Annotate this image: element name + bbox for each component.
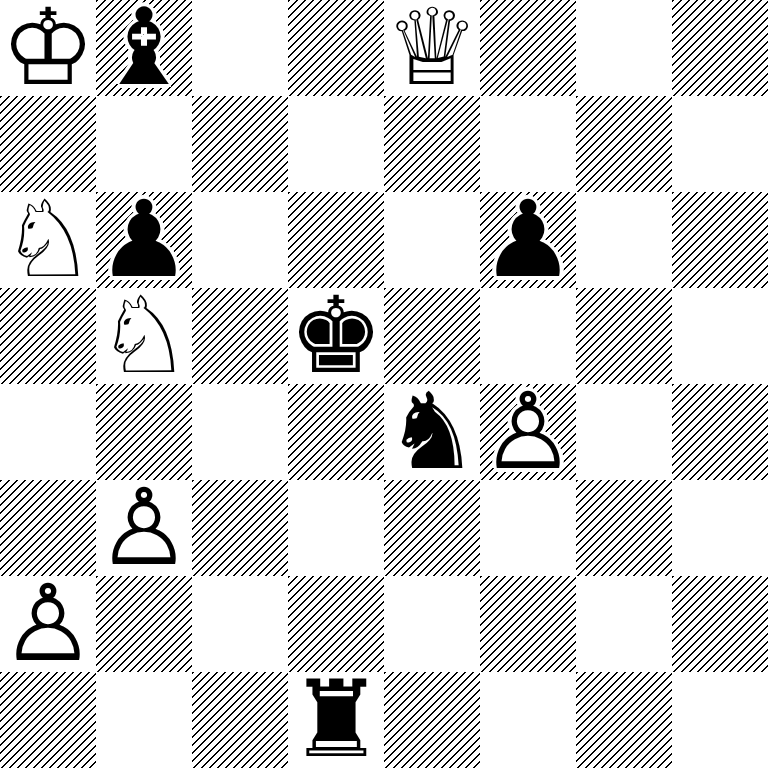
square-b2[interactable]	[96, 576, 192, 672]
white-pawn-piece: ♟♙	[96, 480, 192, 576]
square-h8[interactable]	[672, 0, 768, 96]
square-d4[interactable]	[288, 384, 384, 480]
white-pawn-icon: ♙	[96, 480, 192, 576]
square-d8[interactable]	[288, 0, 384, 96]
square-c3[interactable]	[192, 480, 288, 576]
square-g6[interactable]	[576, 192, 672, 288]
square-c1[interactable]	[192, 672, 288, 768]
black-rook-piece: ♜♜	[288, 672, 384, 768]
white-pawn-piece: ♟♙	[480, 384, 576, 480]
square-g8[interactable]	[576, 0, 672, 96]
black-king-piece: ♚♚	[288, 288, 384, 384]
square-g2[interactable]	[576, 576, 672, 672]
square-a4[interactable]	[0, 384, 96, 480]
square-b3[interactable]: ♟♙	[96, 480, 192, 576]
square-e1[interactable]	[384, 672, 480, 768]
square-a2[interactable]: ♟♙	[0, 576, 96, 672]
black-king-icon: ♚	[288, 288, 384, 384]
square-e3[interactable]	[384, 480, 480, 576]
square-h7[interactable]	[672, 96, 768, 192]
square-g3[interactable]	[576, 480, 672, 576]
square-g5[interactable]	[576, 288, 672, 384]
white-knight-piece: ♞♘	[96, 288, 192, 384]
square-g1[interactable]	[576, 672, 672, 768]
square-d3[interactable]	[288, 480, 384, 576]
square-h1[interactable]	[672, 672, 768, 768]
square-c7[interactable]	[192, 96, 288, 192]
white-knight-icon: ♘	[0, 192, 96, 288]
white-knight-piece: ♞♘	[0, 192, 96, 288]
square-a8[interactable]: ♚♔	[0, 0, 96, 96]
square-f1[interactable]	[480, 672, 576, 768]
square-e7[interactable]	[384, 96, 480, 192]
square-h6[interactable]	[672, 192, 768, 288]
square-f8[interactable]	[480, 0, 576, 96]
square-e8[interactable]: ♛♕	[384, 0, 480, 96]
black-knight-piece: ♞♞	[384, 384, 480, 480]
square-g7[interactable]	[576, 96, 672, 192]
square-f6[interactable]: ♟♟	[480, 192, 576, 288]
square-c4[interactable]	[192, 384, 288, 480]
white-king-icon: ♔	[0, 0, 96, 96]
square-f2[interactable]	[480, 576, 576, 672]
square-a1[interactable]	[0, 672, 96, 768]
white-queen-piece: ♛♕	[384, 0, 480, 96]
white-pawn-icon: ♙	[0, 576, 96, 672]
square-d1[interactable]: ♜♜	[288, 672, 384, 768]
black-bishop-piece: ♝♝	[96, 0, 192, 96]
white-king-piece: ♚♔	[0, 0, 96, 96]
square-c6[interactable]	[192, 192, 288, 288]
black-pawn-icon: ♟	[480, 192, 576, 288]
black-rook-icon: ♜	[288, 672, 384, 768]
black-knight-icon: ♞	[384, 384, 480, 480]
square-f4[interactable]: ♟♙	[480, 384, 576, 480]
square-e2[interactable]	[384, 576, 480, 672]
square-c2[interactable]	[192, 576, 288, 672]
square-c8[interactable]	[192, 0, 288, 96]
square-h3[interactable]	[672, 480, 768, 576]
square-b1[interactable]	[96, 672, 192, 768]
square-h5[interactable]	[672, 288, 768, 384]
square-e6[interactable]	[384, 192, 480, 288]
chess-board: ♚♔♝♝♛♕♞♘♟♟♟♟♞♘♚♚♞♞♟♙♟♙♟♙♜♜	[0, 0, 768, 768]
square-h4[interactable]	[672, 384, 768, 480]
white-queen-icon: ♕	[384, 0, 480, 96]
white-pawn-piece: ♟♙	[0, 576, 96, 672]
black-pawn-piece: ♟♟	[480, 192, 576, 288]
square-g4[interactable]	[576, 384, 672, 480]
white-knight-icon: ♘	[96, 288, 192, 384]
square-c5[interactable]	[192, 288, 288, 384]
square-e4[interactable]: ♞♞	[384, 384, 480, 480]
square-a5[interactable]	[0, 288, 96, 384]
square-d7[interactable]	[288, 96, 384, 192]
white-pawn-icon: ♙	[480, 384, 576, 480]
square-a6[interactable]: ♞♘	[0, 192, 96, 288]
black-bishop-icon: ♝	[96, 0, 192, 96]
square-h2[interactable]	[672, 576, 768, 672]
square-b8[interactable]: ♝♝	[96, 0, 192, 96]
square-d5[interactable]: ♚♚	[288, 288, 384, 384]
square-b5[interactable]: ♞♘	[96, 288, 192, 384]
square-f3[interactable]	[480, 480, 576, 576]
